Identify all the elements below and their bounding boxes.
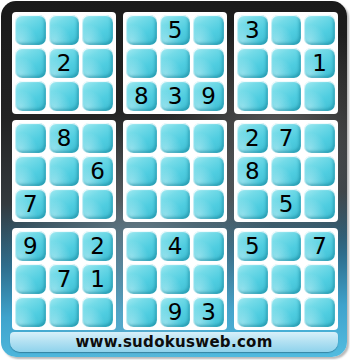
cell-r3c1[interactable] <box>15 81 46 111</box>
cell-r2c5[interactable] <box>160 48 191 78</box>
cell-r9c5[interactable]: 9 <box>160 297 191 327</box>
box-3: 31 <box>234 12 338 114</box>
cell-r4c5[interactable] <box>160 123 191 153</box>
cell-r7c7[interactable]: 5 <box>237 231 268 261</box>
cell-r8c4[interactable] <box>126 264 157 294</box>
cell-r7c4[interactable] <box>126 231 157 261</box>
cell-r1c7[interactable]: 3 <box>237 15 268 45</box>
cell-r9c8[interactable] <box>271 297 302 327</box>
box-5 <box>123 120 227 222</box>
cell-r3c4[interactable]: 8 <box>126 81 157 111</box>
cell-r4c6[interactable] <box>193 123 224 153</box>
cell-r2c4[interactable] <box>126 48 157 78</box>
cell-r6c4[interactable] <box>126 189 157 219</box>
cell-r1c4[interactable] <box>126 15 157 45</box>
cell-r2c8[interactable] <box>271 48 302 78</box>
site-url[interactable]: www.sudokusweb.com <box>75 333 272 351</box>
box-7: 9271 <box>12 228 116 330</box>
cell-r3c3[interactable] <box>82 81 113 111</box>
box-4: 867 <box>12 120 116 222</box>
sudoku-widget: 25839318672785927149357 www.sudokusweb.c… <box>0 0 350 360</box>
cell-r3c2[interactable] <box>49 81 80 111</box>
cell-r5c6[interactable] <box>193 156 224 186</box>
box-6: 2785 <box>234 120 338 222</box>
cell-r7c9[interactable]: 7 <box>304 231 335 261</box>
cell-r1c8[interactable] <box>271 15 302 45</box>
cell-r1c1[interactable] <box>15 15 46 45</box>
cell-r7c5[interactable]: 4 <box>160 231 191 261</box>
cell-r6c3[interactable] <box>82 189 113 219</box>
cell-r9c3[interactable] <box>82 297 113 327</box>
cell-r3c8[interactable] <box>271 81 302 111</box>
cell-r2c9[interactable]: 1 <box>304 48 335 78</box>
cell-r6c5[interactable] <box>160 189 191 219</box>
box-9: 57 <box>234 228 338 330</box>
box-8: 493 <box>123 228 227 330</box>
cell-r6c1[interactable]: 7 <box>15 189 46 219</box>
cell-r6c6[interactable] <box>193 189 224 219</box>
cell-r6c2[interactable] <box>49 189 80 219</box>
cell-r7c1[interactable]: 9 <box>15 231 46 261</box>
cell-r6c9[interactable] <box>304 189 335 219</box>
cell-r5c8[interactable] <box>271 156 302 186</box>
cell-r8c5[interactable] <box>160 264 191 294</box>
cell-r5c2[interactable] <box>49 156 80 186</box>
cell-r4c9[interactable] <box>304 123 335 153</box>
cell-r4c4[interactable] <box>126 123 157 153</box>
cell-r3c7[interactable] <box>237 81 268 111</box>
cell-r5c3[interactable]: 6 <box>82 156 113 186</box>
cell-r4c8[interactable]: 7 <box>271 123 302 153</box>
box-1: 2 <box>12 12 116 114</box>
sudoku-board: 25839318672785927149357 <box>12 12 338 330</box>
cell-r2c3[interactable] <box>82 48 113 78</box>
cell-r9c2[interactable] <box>49 297 80 327</box>
cell-r5c5[interactable] <box>160 156 191 186</box>
cell-r8c8[interactable] <box>271 264 302 294</box>
cell-r1c2[interactable] <box>49 15 80 45</box>
cell-r7c2[interactable] <box>49 231 80 261</box>
cell-r2c6[interactable] <box>193 48 224 78</box>
cell-r5c4[interactable] <box>126 156 157 186</box>
cell-r8c1[interactable] <box>15 264 46 294</box>
cell-r8c3[interactable]: 1 <box>82 264 113 294</box>
cell-r1c9[interactable] <box>304 15 335 45</box>
cell-r1c3[interactable] <box>82 15 113 45</box>
cell-r2c1[interactable] <box>15 48 46 78</box>
cell-r9c4[interactable] <box>126 297 157 327</box>
cell-r6c7[interactable] <box>237 189 268 219</box>
cell-r9c6[interactable]: 3 <box>193 297 224 327</box>
cell-r3c9[interactable] <box>304 81 335 111</box>
cell-r7c8[interactable] <box>271 231 302 261</box>
cell-r9c1[interactable] <box>15 297 46 327</box>
cell-r2c2[interactable]: 2 <box>49 48 80 78</box>
cell-r7c3[interactable]: 2 <box>82 231 113 261</box>
cell-r5c7[interactable]: 8 <box>237 156 268 186</box>
cell-r9c7[interactable] <box>237 297 268 327</box>
cell-r5c1[interactable] <box>15 156 46 186</box>
cell-r1c5[interactable]: 5 <box>160 15 191 45</box>
cell-r2c7[interactable] <box>237 48 268 78</box>
cell-r6c8[interactable]: 5 <box>271 189 302 219</box>
cell-r9c9[interactable] <box>304 297 335 327</box>
cell-r7c6[interactable] <box>193 231 224 261</box>
cell-r8c6[interactable] <box>193 264 224 294</box>
cell-r5c9[interactable] <box>304 156 335 186</box>
cell-r4c7[interactable]: 2 <box>237 123 268 153</box>
cell-r3c5[interactable]: 3 <box>160 81 191 111</box>
cell-r8c2[interactable]: 7 <box>49 264 80 294</box>
cell-r8c9[interactable] <box>304 264 335 294</box>
cell-r4c3[interactable] <box>82 123 113 153</box>
cell-r4c2[interactable]: 8 <box>49 123 80 153</box>
board-frame: 25839318672785927149357 www.sudokusweb.c… <box>1 1 347 357</box>
cell-r3c6[interactable]: 9 <box>193 81 224 111</box>
box-2: 5839 <box>123 12 227 114</box>
cell-r4c1[interactable] <box>15 123 46 153</box>
footer-bar: www.sudokusweb.com <box>10 332 338 352</box>
cell-r8c7[interactable] <box>237 264 268 294</box>
cell-r1c6[interactable] <box>193 15 224 45</box>
